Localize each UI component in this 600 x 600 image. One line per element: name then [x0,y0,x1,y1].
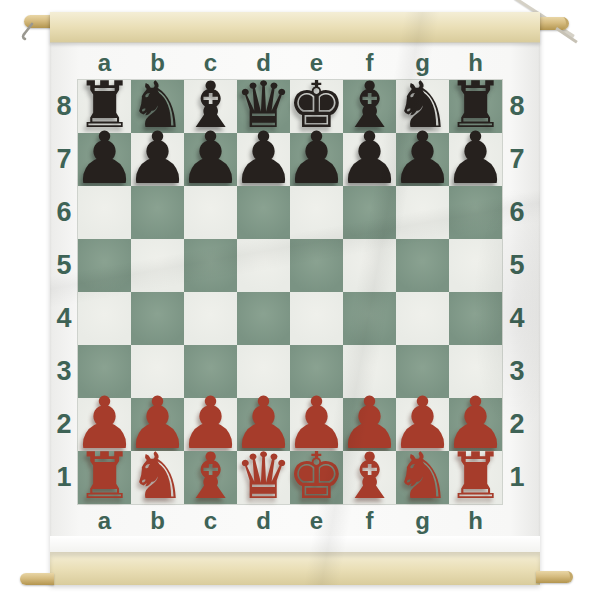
piece-red-king[interactable]: ♚ [290,449,343,502]
piece-black-pawn[interactable]: ♟ [237,131,290,184]
square-e6[interactable] [290,186,343,239]
square-a4[interactable] [78,292,131,345]
bottom-dowel-sleeve [50,552,540,585]
square-c1[interactable]: ♝ [184,451,237,504]
file-label-bottom-d: d [237,506,290,536]
demo-chess-wall-chart: abcdefgh 87654321 ♜♞♝♛♚♝♞♜♟♟♟♟♟♟♟♟♟♟♟♟♟♟… [0,0,600,600]
square-c5[interactable] [184,239,237,292]
rank-label-left-5: 5 [50,239,78,292]
file-label-bottom-g: g [396,506,449,536]
piece-red-rook[interactable]: ♜ [78,449,131,502]
piece-black-pawn[interactable]: ♟ [131,131,184,184]
piece-black-pawn[interactable]: ♟ [290,131,343,184]
square-g1[interactable]: ♞ [396,451,449,504]
piece-red-rook[interactable]: ♜ [449,449,502,502]
rank-labels-right: 87654321 [502,80,532,504]
metal-hook-icon [18,22,36,46]
top-dowel-right-end [536,17,569,30]
square-a1[interactable]: ♜ [78,451,131,504]
rank-label-right-7: 7 [502,133,532,186]
square-d6[interactable] [237,186,290,239]
piece-black-pawn[interactable]: ♟ [78,131,131,184]
rank-label-left-4: 4 [50,292,78,345]
square-h4[interactable] [449,292,502,345]
square-d7[interactable]: ♟ [237,133,290,186]
square-e1[interactable]: ♚ [290,451,343,504]
square-b7[interactable]: ♟ [131,133,184,186]
square-b4[interactable] [131,292,184,345]
square-b1[interactable]: ♞ [131,451,184,504]
piece-red-bishop[interactable]: ♝ [343,449,396,502]
file-label-bottom-c: c [184,506,237,536]
square-h1[interactable]: ♜ [449,451,502,504]
square-g7[interactable]: ♟ [396,133,449,186]
square-g6[interactable] [396,186,449,239]
square-e5[interactable] [290,239,343,292]
vinyl-banner: abcdefgh 87654321 ♜♞♝♛♚♝♞♜♟♟♟♟♟♟♟♟♟♟♟♟♟♟… [50,12,540,585]
square-f5[interactable] [343,239,396,292]
rank-label-right-3: 3 [502,345,532,398]
square-f1[interactable]: ♝ [343,451,396,504]
square-h7[interactable]: ♟ [449,133,502,186]
square-d5[interactable] [237,239,290,292]
chess-board: ♜♞♝♛♚♝♞♜♟♟♟♟♟♟♟♟♟♟♟♟♟♟♟♟♜♞♝♛♚♝♞♜ [78,80,502,504]
rank-label-right-5: 5 [502,239,532,292]
bottom-dowel-right-end [536,571,573,583]
square-h5[interactable] [449,239,502,292]
bottom-dowel-left-end [20,573,54,585]
piece-black-pawn[interactable]: ♟ [396,131,449,184]
file-label-bottom-e: e [290,506,343,536]
square-c7[interactable]: ♟ [184,133,237,186]
file-label-bottom-b: b [131,506,184,536]
square-a7[interactable]: ♟ [78,133,131,186]
piece-red-queen[interactable]: ♛ [237,449,290,502]
square-b5[interactable] [131,239,184,292]
square-d1[interactable]: ♛ [237,451,290,504]
rank-label-right-8: 8 [502,80,532,133]
rank-label-right-1: 1 [502,451,532,504]
file-labels-bottom: abcdefgh [78,506,502,536]
square-d4[interactable] [237,292,290,345]
square-e4[interactable] [290,292,343,345]
square-f7[interactable]: ♟ [343,133,396,186]
file-label-bottom-a: a [78,506,131,536]
piece-red-knight[interactable]: ♞ [396,449,449,502]
square-a5[interactable] [78,239,131,292]
satin-band [50,536,540,553]
square-b6[interactable] [131,186,184,239]
square-c6[interactable] [184,186,237,239]
piece-red-bishop[interactable]: ♝ [184,449,237,502]
piece-red-knight[interactable]: ♞ [131,449,184,502]
top-dowel-sleeve [50,12,540,43]
file-label-bottom-h: h [449,506,502,536]
piece-black-pawn[interactable]: ♟ [343,131,396,184]
square-g5[interactable] [396,239,449,292]
piece-black-pawn[interactable]: ♟ [184,131,237,184]
square-f6[interactable] [343,186,396,239]
rank-label-right-6: 6 [502,186,532,239]
rank-label-right-4: 4 [502,292,532,345]
square-c4[interactable] [184,292,237,345]
square-e7[interactable]: ♟ [290,133,343,186]
piece-black-pawn[interactable]: ♟ [449,131,502,184]
square-g4[interactable] [396,292,449,345]
square-h6[interactable] [449,186,502,239]
square-a6[interactable] [78,186,131,239]
file-label-bottom-f: f [343,506,396,536]
square-f4[interactable] [343,292,396,345]
rank-label-right-2: 2 [502,398,532,451]
